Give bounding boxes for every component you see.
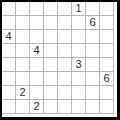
grid-cell[interactable] [16,58,30,72]
grid-cell[interactable] [2,86,16,100]
grid-cell[interactable]: 4 [30,44,44,58]
grid-cell[interactable] [86,100,100,114]
grid-cell[interactable] [30,30,44,44]
grid-cell[interactable] [44,86,58,100]
grid-cell[interactable] [30,86,44,100]
clue-number: 2 [33,101,39,112]
grid-cell[interactable] [58,58,72,72]
grid-cell[interactable] [44,16,58,30]
grid-cell[interactable] [72,100,86,114]
grid-cell[interactable] [44,2,58,16]
grid-cell[interactable] [72,44,86,58]
grid-cell[interactable] [30,16,44,30]
grid-cell[interactable] [100,30,114,44]
grid-cell[interactable] [44,72,58,86]
grid-cell[interactable] [44,30,58,44]
clue-number: 6 [89,17,95,28]
grid-cell[interactable]: 6 [86,16,100,30]
grid-cell[interactable]: 3 [72,58,86,72]
grid-cell[interactable] [72,86,86,100]
grid-cell[interactable] [2,100,16,114]
grid-cell[interactable] [86,86,100,100]
grid-cell[interactable] [100,86,114,100]
grid-cell[interactable] [58,100,72,114]
grid-cell[interactable] [58,2,72,16]
grid-cell[interactable]: 6 [100,72,114,86]
puzzle-board: 16443622 [2,2,117,117]
grid-cell[interactable] [2,72,16,86]
grid-cell[interactable]: 4 [2,30,16,44]
grid-cell[interactable] [72,16,86,30]
grid-cell[interactable] [30,72,44,86]
grid-cell[interactable] [86,2,100,16]
grid-cell[interactable] [58,86,72,100]
grid-cell[interactable]: 1 [72,2,86,16]
grid-cell[interactable]: 2 [30,100,44,114]
grid-cell[interactable]: 2 [16,86,30,100]
grid-cell[interactable] [72,30,86,44]
grid-cell[interactable] [16,72,30,86]
grid-cell[interactable] [58,16,72,30]
grid-cell[interactable] [100,2,114,16]
clue-number: 4 [33,45,39,56]
clue-number: 6 [103,73,109,84]
grid-cell[interactable] [86,30,100,44]
grid-cell[interactable] [44,58,58,72]
grid-cell[interactable] [100,100,114,114]
grid-cell[interactable] [30,58,44,72]
grid-cell[interactable] [2,2,16,16]
grid-cell[interactable] [16,2,30,16]
grid-cell[interactable] [86,72,100,86]
clue-number: 3 [75,59,81,70]
clue-number: 4 [5,31,11,42]
grid-cell[interactable] [44,100,58,114]
grid-cell[interactable] [44,44,58,58]
grid-cell[interactable] [72,72,86,86]
grid-cell[interactable] [100,16,114,30]
grid-cell[interactable] [58,30,72,44]
grid-cell[interactable] [2,16,16,30]
grid-cell[interactable] [86,44,100,58]
clue-number: 2 [19,87,25,98]
grid-cell[interactable] [30,2,44,16]
grid-cell[interactable] [100,58,114,72]
grid-cell[interactable] [100,44,114,58]
puzzle-grid: 16443622 [2,2,114,114]
grid-cell[interactable] [86,58,100,72]
grid-cell[interactable] [16,44,30,58]
grid-cell[interactable] [16,16,30,30]
grid-cell[interactable] [2,58,16,72]
grid-cell[interactable] [58,72,72,86]
grid-cell[interactable] [2,44,16,58]
grid-cell[interactable] [16,30,30,44]
grid-cell[interactable] [16,100,30,114]
grid-cell[interactable] [58,44,72,58]
clue-number: 1 [75,3,81,14]
